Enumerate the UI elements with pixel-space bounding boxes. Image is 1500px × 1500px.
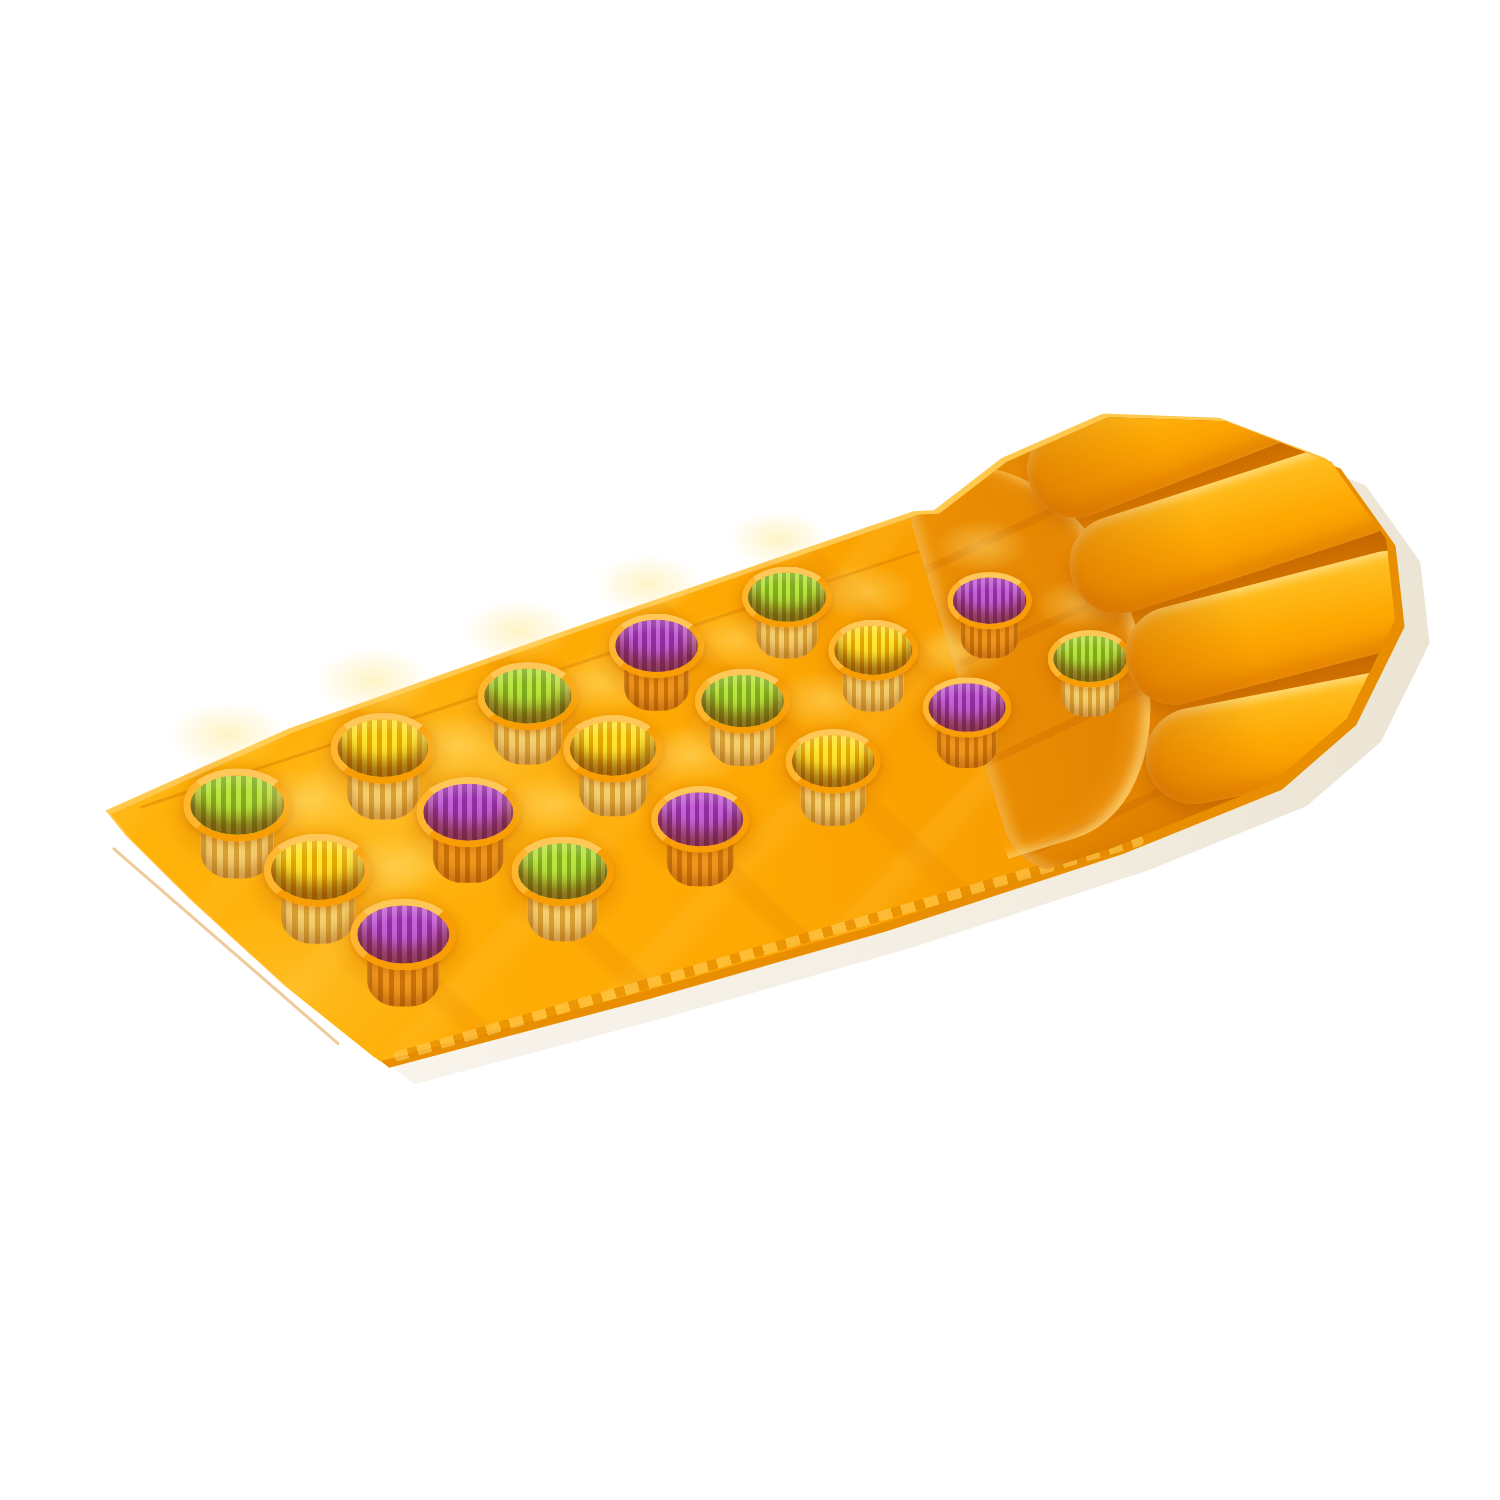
pool-float bbox=[105, 403, 1500, 1330]
photo-stage bbox=[0, 0, 1500, 1500]
pillow-lobes-layer bbox=[82, 335, 1469, 1158]
